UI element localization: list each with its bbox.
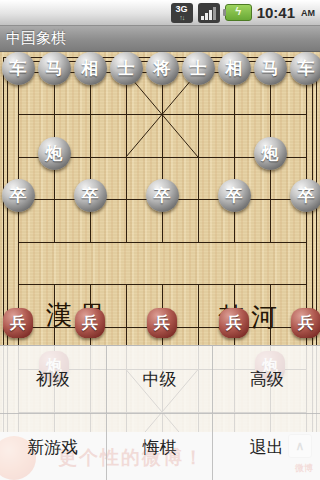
android-status-bar: 3G ↑↓ ϟ 10:41 AM bbox=[0, 0, 320, 26]
signal-strength-icon bbox=[198, 3, 220, 23]
black-piece-马[interactable]: 马 bbox=[38, 52, 71, 85]
black-piece-车[interactable]: 车 bbox=[2, 52, 35, 85]
black-piece-卒[interactable]: 卒 bbox=[290, 179, 320, 212]
new-game-button[interactable]: 新游戏 bbox=[0, 414, 107, 480]
red-piece-兵[interactable]: 兵 bbox=[75, 308, 105, 338]
black-piece-卒[interactable]: 卒 bbox=[2, 179, 35, 212]
black-piece-炮[interactable]: 炮 bbox=[254, 137, 287, 170]
3g-network-icon: 3G ↑↓ bbox=[171, 3, 193, 23]
difficulty-beginner-button[interactable]: 初级 bbox=[0, 346, 107, 414]
black-piece-相[interactable]: 相 bbox=[218, 52, 251, 85]
exit-button[interactable]: 退出 bbox=[213, 414, 320, 480]
app-title-bar: 中国象棋 bbox=[0, 26, 320, 52]
red-piece-兵[interactable]: 兵 bbox=[219, 308, 249, 338]
red-piece-兵[interactable]: 兵 bbox=[147, 308, 177, 338]
undo-move-button[interactable]: 悔棋 bbox=[107, 414, 214, 480]
black-piece-卒[interactable]: 卒 bbox=[218, 179, 251, 212]
black-piece-士[interactable]: 士 bbox=[182, 52, 215, 85]
black-piece-卒[interactable]: 卒 bbox=[74, 179, 107, 212]
difficulty-advanced-button[interactable]: 高级 bbox=[213, 346, 320, 414]
black-piece-炮[interactable]: 炮 bbox=[38, 137, 71, 170]
app-title: 中国象棋 bbox=[6, 29, 66, 48]
black-piece-车[interactable]: 车 bbox=[290, 52, 320, 85]
black-piece-士[interactable]: 士 bbox=[110, 52, 143, 85]
black-piece-卒[interactable]: 卒 bbox=[146, 179, 179, 212]
clock-meridiem: AM bbox=[301, 8, 315, 18]
battery-charging-icon: ϟ bbox=[225, 4, 252, 21]
black-piece-相[interactable]: 相 bbox=[74, 52, 107, 85]
black-piece-将[interactable]: 将 bbox=[146, 52, 179, 85]
clock-time: 10:41 bbox=[257, 4, 295, 21]
red-piece-兵[interactable]: 兵 bbox=[3, 308, 33, 338]
game-menu-overlay: 初级 中级 高级 新游戏 悔棋 退出 bbox=[0, 345, 320, 480]
red-piece-兵[interactable]: 兵 bbox=[291, 308, 320, 338]
difficulty-intermediate-button[interactable]: 中级 bbox=[107, 346, 214, 414]
black-piece-马[interactable]: 马 bbox=[254, 52, 287, 85]
app-screen: 3G ↑↓ ϟ 10:41 AM 中国象棋 bbox=[0, 0, 320, 480]
